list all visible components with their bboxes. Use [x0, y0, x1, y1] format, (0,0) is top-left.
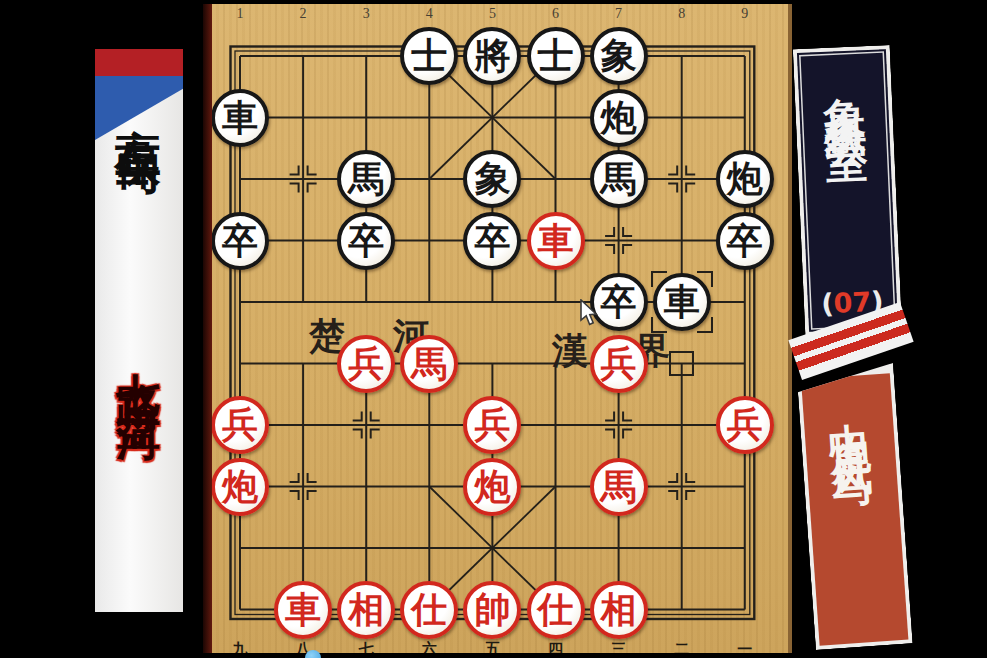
piece-red[interactable]: 兵	[590, 335, 648, 393]
show-title: 象棋教室	[814, 62, 872, 120]
video-frame: { "game": { "name": "xiangqi", "position…	[0, 0, 987, 658]
xiangqi-board[interactable]: 123456789九八七六五四三二一楚河 漢界士將士象車炮馬象馬炮卒卒卒車卒卒車…	[210, 4, 791, 653]
letterbox-bottom	[0, 653, 987, 658]
piece-black[interactable]: 士	[527, 27, 585, 85]
left-banner-title: 高车保马	[108, 91, 170, 127]
file-label-top: 8	[670, 6, 694, 22]
piece-black[interactable]: 馬	[337, 150, 395, 208]
piece-black[interactable]: 象	[590, 27, 648, 85]
file-label-top: 4	[417, 6, 441, 22]
piece-red[interactable]: 兵	[463, 396, 521, 454]
piece-red[interactable]: 相	[337, 581, 395, 639]
piece-red[interactable]: 馬	[400, 335, 458, 393]
left-banner: 高车保马 七路马盘河	[95, 49, 183, 612]
move-origin-marker	[669, 351, 694, 376]
piece-black[interactable]: 炮	[590, 89, 648, 147]
piece-black[interactable]: 卒	[337, 212, 395, 270]
piece-red[interactable]: 相	[590, 581, 648, 639]
piece-red[interactable]: 車	[274, 581, 332, 639]
file-label-top: 6	[544, 6, 568, 22]
piece-red[interactable]: 炮	[463, 458, 521, 516]
left-banner-subtitle: 七路马盘河	[110, 338, 169, 393]
piece-black[interactable]: 象	[463, 150, 521, 208]
piece-red[interactable]: 兵	[337, 335, 395, 393]
last-move-highlight	[651, 271, 713, 333]
right-banner-top-panel: 象棋教室 (07)	[797, 49, 898, 332]
piece-black[interactable]: 卒	[211, 212, 269, 270]
right-banner-bottom: 中炮屏风马	[796, 363, 912, 650]
board-left-edge	[203, 4, 212, 653]
piece-black[interactable]: 車	[211, 89, 269, 147]
file-label-top: 9	[733, 6, 757, 22]
file-label-top: 3	[354, 6, 378, 22]
piece-black[interactable]: 卒	[463, 212, 521, 270]
piece-red[interactable]: 炮	[211, 458, 269, 516]
opening-name: 中炮屏风马	[819, 388, 878, 452]
piece-red[interactable]: 仕	[527, 581, 585, 639]
file-label-top: 5	[480, 6, 504, 22]
file-label-top: 2	[291, 6, 315, 22]
file-label-top: 7	[607, 6, 631, 22]
piece-black[interactable]: 將	[463, 27, 521, 85]
piece-red[interactable]: 車	[527, 212, 585, 270]
piece-red[interactable]: 馬	[590, 458, 648, 516]
mouse-cursor	[580, 299, 602, 329]
piece-black[interactable]: 馬	[590, 150, 648, 208]
piece-red[interactable]: 仕	[400, 581, 458, 639]
right-banner-top: 象棋教室 (07)	[793, 45, 902, 336]
piece-black[interactable]: 士	[400, 27, 458, 85]
piece-red[interactable]: 兵	[211, 396, 269, 454]
right-banner-bottom-panel: 中炮屏风马	[801, 373, 908, 646]
board-right-edge	[788, 4, 792, 653]
piece-red[interactable]: 兵	[716, 396, 774, 454]
banner-red-block	[95, 49, 183, 76]
letterbox-top	[0, 0, 987, 4]
file-label-top: 1	[228, 6, 252, 22]
piece-black[interactable]: 炮	[716, 150, 774, 208]
piece-red[interactable]: 帥	[463, 581, 521, 639]
piece-black[interactable]: 卒	[716, 212, 774, 270]
